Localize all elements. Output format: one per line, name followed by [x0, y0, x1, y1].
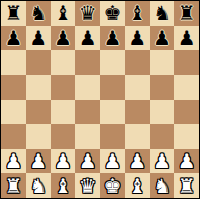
piece-white-knight[interactable]: ♞ [153, 176, 171, 196]
square-h4[interactable] [174, 100, 199, 125]
square-a5[interactable] [1, 75, 26, 100]
piece-white-pawn[interactable]: ♟ [29, 151, 47, 171]
piece-black-rook[interactable]: ♜ [4, 3, 22, 23]
square-a2[interactable]: ♟ [1, 149, 26, 174]
square-b8[interactable]: ♞ [26, 1, 51, 26]
piece-white-king[interactable]: ♚ [103, 176, 121, 196]
square-g6[interactable] [150, 50, 175, 75]
piece-white-bishop[interactable]: ♝ [54, 176, 72, 196]
piece-black-king[interactable]: ♚ [103, 3, 121, 23]
chess-board-frame: ♜♞♝♛♚♝♞♜♟♟♟♟♟♟♟♟♟♟♟♟♟♟♟♟♜♞♝♛♚♝♞♜ [0, 0, 200, 199]
square-c1[interactable]: ♝ [51, 173, 76, 198]
square-f7[interactable]: ♟ [125, 26, 150, 51]
square-d1[interactable]: ♛ [75, 173, 100, 198]
piece-black-pawn[interactable]: ♟ [128, 28, 146, 48]
piece-white-pawn[interactable]: ♟ [79, 151, 97, 171]
square-h8[interactable]: ♜ [174, 1, 199, 26]
piece-black-pawn[interactable]: ♟ [54, 28, 72, 48]
square-d4[interactable] [75, 100, 100, 125]
square-b3[interactable] [26, 124, 51, 149]
square-b6[interactable] [26, 50, 51, 75]
square-a1[interactable]: ♜ [1, 173, 26, 198]
piece-white-queen[interactable]: ♛ [79, 176, 97, 196]
square-h1[interactable]: ♜ [174, 173, 199, 198]
square-a3[interactable] [1, 124, 26, 149]
square-d6[interactable] [75, 50, 100, 75]
piece-black-pawn[interactable]: ♟ [178, 28, 196, 48]
piece-white-bishop[interactable]: ♝ [128, 176, 146, 196]
square-g8[interactable]: ♞ [150, 1, 175, 26]
square-b1[interactable]: ♞ [26, 173, 51, 198]
piece-white-pawn[interactable]: ♟ [153, 151, 171, 171]
square-d3[interactable] [75, 124, 100, 149]
square-g2[interactable]: ♟ [150, 149, 175, 174]
square-b5[interactable] [26, 75, 51, 100]
square-g5[interactable] [150, 75, 175, 100]
piece-black-rook[interactable]: ♜ [178, 3, 196, 23]
square-c5[interactable] [51, 75, 76, 100]
piece-black-pawn[interactable]: ♟ [29, 28, 47, 48]
square-h6[interactable] [174, 50, 199, 75]
piece-black-pawn[interactable]: ♟ [4, 28, 22, 48]
square-d5[interactable] [75, 75, 100, 100]
square-c8[interactable]: ♝ [51, 1, 76, 26]
piece-white-pawn[interactable]: ♟ [103, 151, 121, 171]
piece-black-knight[interactable]: ♞ [153, 3, 171, 23]
piece-white-rook[interactable]: ♜ [4, 176, 22, 196]
square-e4[interactable] [100, 100, 125, 125]
piece-white-rook[interactable]: ♜ [178, 176, 196, 196]
square-e6[interactable] [100, 50, 125, 75]
square-c4[interactable] [51, 100, 76, 125]
piece-white-pawn[interactable]: ♟ [178, 151, 196, 171]
square-d2[interactable]: ♟ [75, 149, 100, 174]
piece-black-bishop[interactable]: ♝ [54, 3, 72, 23]
square-f1[interactable]: ♝ [125, 173, 150, 198]
square-e5[interactable] [100, 75, 125, 100]
piece-black-queen[interactable]: ♛ [79, 3, 97, 23]
square-d7[interactable]: ♟ [75, 26, 100, 51]
piece-white-knight[interactable]: ♞ [29, 176, 47, 196]
square-g1[interactable]: ♞ [150, 173, 175, 198]
square-e7[interactable]: ♟ [100, 26, 125, 51]
square-f3[interactable] [125, 124, 150, 149]
square-e2[interactable]: ♟ [100, 149, 125, 174]
square-c6[interactable] [51, 50, 76, 75]
square-f4[interactable] [125, 100, 150, 125]
square-a4[interactable] [1, 100, 26, 125]
square-a6[interactable] [1, 50, 26, 75]
square-f6[interactable] [125, 50, 150, 75]
square-c3[interactable] [51, 124, 76, 149]
square-e3[interactable] [100, 124, 125, 149]
piece-black-pawn[interactable]: ♟ [153, 28, 171, 48]
square-g4[interactable] [150, 100, 175, 125]
piece-white-pawn[interactable]: ♟ [54, 151, 72, 171]
square-f2[interactable]: ♟ [125, 149, 150, 174]
square-h3[interactable] [174, 124, 199, 149]
chess-board: ♜♞♝♛♚♝♞♜♟♟♟♟♟♟♟♟♟♟♟♟♟♟♟♟♜♞♝♛♚♝♞♜ [1, 1, 199, 198]
square-e8[interactable]: ♚ [100, 1, 125, 26]
square-c7[interactable]: ♟ [51, 26, 76, 51]
square-h2[interactable]: ♟ [174, 149, 199, 174]
square-b4[interactable] [26, 100, 51, 125]
square-h7[interactable]: ♟ [174, 26, 199, 51]
square-b2[interactable]: ♟ [26, 149, 51, 174]
piece-white-pawn[interactable]: ♟ [128, 151, 146, 171]
square-e1[interactable]: ♚ [100, 173, 125, 198]
square-f5[interactable] [125, 75, 150, 100]
square-a7[interactable]: ♟ [1, 26, 26, 51]
piece-black-pawn[interactable]: ♟ [79, 28, 97, 48]
square-h5[interactable] [174, 75, 199, 100]
piece-black-knight[interactable]: ♞ [29, 3, 47, 23]
square-f8[interactable]: ♝ [125, 1, 150, 26]
piece-black-bishop[interactable]: ♝ [128, 3, 146, 23]
square-d8[interactable]: ♛ [75, 1, 100, 26]
piece-white-pawn[interactable]: ♟ [4, 151, 22, 171]
piece-black-pawn[interactable]: ♟ [103, 28, 121, 48]
square-a8[interactable]: ♜ [1, 1, 26, 26]
square-g7[interactable]: ♟ [150, 26, 175, 51]
square-c2[interactable]: ♟ [51, 149, 76, 174]
square-b7[interactable]: ♟ [26, 26, 51, 51]
square-g3[interactable] [150, 124, 175, 149]
